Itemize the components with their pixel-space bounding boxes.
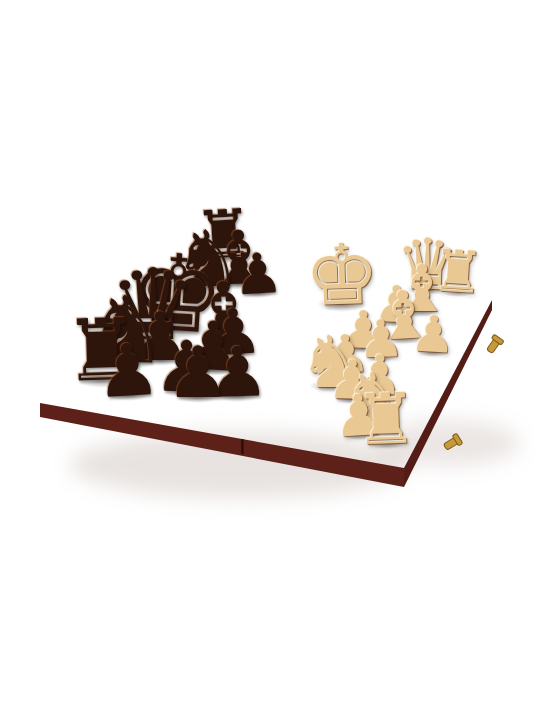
coordinate-label: h — [477, 309, 483, 312]
brass-clasp — [484, 334, 504, 355]
piece-dark-pawn-a7[interactable]: ♟ — [94, 333, 163, 409]
product-photo: 87654321 abcdefgh abcdefgh 87654321 ♜♝♞♛… — [0, 0, 540, 720]
coordinate-label: 6 — [178, 418, 188, 425]
piece-dark-pawn-d7[interactable]: ♟ — [166, 338, 229, 409]
coordinate-label: f — [459, 342, 465, 345]
coordinate-label: g — [468, 325, 474, 328]
piece-light-pawn-h2[interactable]: ♟ — [409, 308, 457, 361]
coordinate-label: d — [439, 378, 446, 382]
piece-light-rook-a1[interactable]: ♜ — [354, 383, 419, 455]
coordinate-label: 8 — [84, 401, 96, 408]
coordinate-label: c — [428, 399, 436, 403]
